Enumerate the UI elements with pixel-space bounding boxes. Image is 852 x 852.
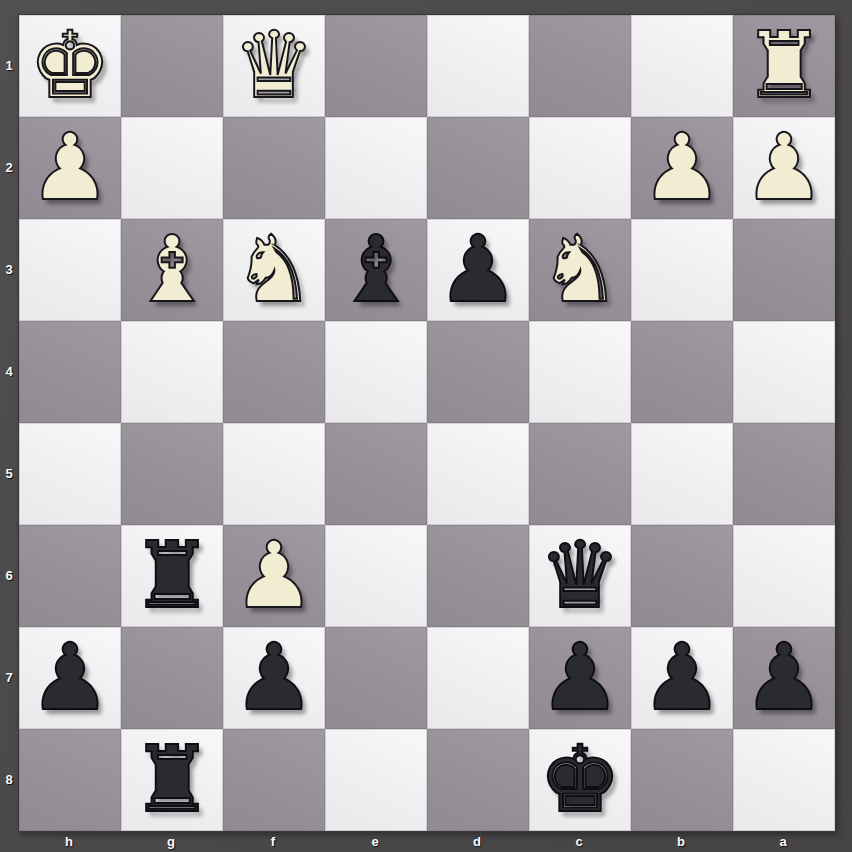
square-e3[interactable]: ♝	[325, 219, 427, 321]
piece-wQ-f1[interactable]: ♛	[233, 15, 315, 117]
piece-wN-c3[interactable]: ♞	[539, 219, 621, 321]
square-c4[interactable]	[529, 321, 631, 423]
square-f1[interactable]: ♛	[223, 15, 325, 117]
piece-bP-c7[interactable]: ♟	[539, 627, 621, 729]
piece-wP-a2[interactable]: ♟	[743, 117, 825, 219]
file-label-b: b	[630, 831, 732, 852]
rank-label-6: 6	[0, 524, 18, 626]
square-e4[interactable]	[325, 321, 427, 423]
square-e8[interactable]	[325, 729, 427, 831]
square-h7[interactable]: ♟	[19, 627, 121, 729]
piece-wP-f6[interactable]: ♟	[233, 525, 315, 627]
file-label-g: g	[120, 831, 222, 852]
piece-bR-g8[interactable]: ♜	[131, 729, 213, 831]
piece-wN-f3[interactable]: ♞	[233, 219, 315, 321]
square-d8[interactable]	[427, 729, 529, 831]
file-label-c: c	[528, 831, 630, 852]
rank-label-5: 5	[0, 422, 18, 524]
chess-board[interactable]: ♚♛♜♟♟♟♝♞♝♟♞♜♟♛♟♟♟♟♟♜♚	[18, 14, 836, 832]
square-f4[interactable]	[223, 321, 325, 423]
rank-labels: 12345678	[0, 14, 18, 830]
square-h5[interactable]	[19, 423, 121, 525]
piece-bP-d3[interactable]: ♟	[437, 219, 519, 321]
chessboard-frame: 12345678 ♚♛♜♟♟♟♝♞♝♟♞♜♟♛♟♟♟♟♟♜♚ hgfedcba	[0, 0, 852, 852]
piece-wB-g3[interactable]: ♝	[131, 219, 213, 321]
square-d2[interactable]	[427, 117, 529, 219]
piece-wP-b2[interactable]: ♟	[641, 117, 723, 219]
square-a5[interactable]	[733, 423, 835, 525]
square-g1[interactable]	[121, 15, 223, 117]
square-c6[interactable]: ♛	[529, 525, 631, 627]
square-a6[interactable]	[733, 525, 835, 627]
square-c1[interactable]	[529, 15, 631, 117]
square-b7[interactable]: ♟	[631, 627, 733, 729]
square-d1[interactable]	[427, 15, 529, 117]
square-d7[interactable]	[427, 627, 529, 729]
rank-label-8: 8	[0, 728, 18, 830]
piece-bR-g6[interactable]: ♜	[131, 525, 213, 627]
square-h8[interactable]	[19, 729, 121, 831]
square-c3[interactable]: ♞	[529, 219, 631, 321]
piece-wP-h2[interactable]: ♟	[29, 117, 111, 219]
square-g6[interactable]: ♜	[121, 525, 223, 627]
square-g8[interactable]: ♜	[121, 729, 223, 831]
square-b3[interactable]	[631, 219, 733, 321]
square-h4[interactable]	[19, 321, 121, 423]
rank-label-7: 7	[0, 626, 18, 728]
square-c7[interactable]: ♟	[529, 627, 631, 729]
piece-bP-b7[interactable]: ♟	[641, 627, 723, 729]
piece-bP-h7[interactable]: ♟	[29, 627, 111, 729]
file-label-a: a	[732, 831, 834, 852]
piece-bK-c8[interactable]: ♚	[539, 729, 621, 831]
piece-wR-a1[interactable]: ♜	[743, 15, 825, 117]
square-d6[interactable]	[427, 525, 529, 627]
square-d3[interactable]: ♟	[427, 219, 529, 321]
square-g4[interactable]	[121, 321, 223, 423]
square-c8[interactable]: ♚	[529, 729, 631, 831]
square-c2[interactable]	[529, 117, 631, 219]
square-f3[interactable]: ♞	[223, 219, 325, 321]
square-f2[interactable]	[223, 117, 325, 219]
square-a7[interactable]: ♟	[733, 627, 835, 729]
square-e1[interactable]	[325, 15, 427, 117]
square-b2[interactable]: ♟	[631, 117, 733, 219]
square-d4[interactable]	[427, 321, 529, 423]
square-e6[interactable]	[325, 525, 427, 627]
piece-wK-h1[interactable]: ♚	[29, 15, 111, 117]
square-b5[interactable]	[631, 423, 733, 525]
piece-bP-a7[interactable]: ♟	[743, 627, 825, 729]
file-label-e: e	[324, 831, 426, 852]
square-g2[interactable]	[121, 117, 223, 219]
square-f8[interactable]	[223, 729, 325, 831]
square-g3[interactable]: ♝	[121, 219, 223, 321]
file-label-h: h	[18, 831, 120, 852]
file-label-f: f	[222, 831, 324, 852]
square-f5[interactable]	[223, 423, 325, 525]
square-g5[interactable]	[121, 423, 223, 525]
file-labels: hgfedcba	[18, 831, 834, 852]
file-label-d: d	[426, 831, 528, 852]
square-h6[interactable]	[19, 525, 121, 627]
square-a1[interactable]: ♜	[733, 15, 835, 117]
rank-label-2: 2	[0, 116, 18, 218]
rank-label-1: 1	[0, 14, 18, 116]
square-a4[interactable]	[733, 321, 835, 423]
square-b6[interactable]	[631, 525, 733, 627]
piece-bP-f7[interactable]: ♟	[233, 627, 315, 729]
square-c5[interactable]	[529, 423, 631, 525]
square-e5[interactable]	[325, 423, 427, 525]
square-b1[interactable]	[631, 15, 733, 117]
square-h2[interactable]: ♟	[19, 117, 121, 219]
square-h3[interactable]	[19, 219, 121, 321]
piece-bB-e3[interactable]: ♝	[335, 219, 417, 321]
piece-bQ-c6[interactable]: ♛	[539, 525, 621, 627]
square-a2[interactable]: ♟	[733, 117, 835, 219]
square-b4[interactable]	[631, 321, 733, 423]
square-h1[interactable]: ♚	[19, 15, 121, 117]
square-a8[interactable]	[733, 729, 835, 831]
rank-label-3: 3	[0, 218, 18, 320]
square-f7[interactable]: ♟	[223, 627, 325, 729]
square-g7[interactable]	[121, 627, 223, 729]
square-e2[interactable]	[325, 117, 427, 219]
square-a3[interactable]	[733, 219, 835, 321]
square-b8[interactable]	[631, 729, 733, 831]
rank-label-4: 4	[0, 320, 18, 422]
square-e7[interactable]	[325, 627, 427, 729]
square-d5[interactable]	[427, 423, 529, 525]
square-f6[interactable]: ♟	[223, 525, 325, 627]
